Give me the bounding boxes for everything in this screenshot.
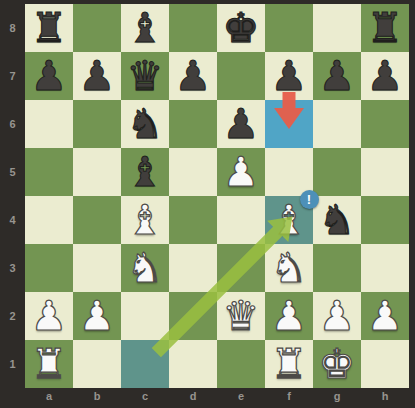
square-g2[interactable]: ♟ (313, 292, 361, 340)
black-knight[interactable]: ♞ (319, 196, 356, 244)
rank-label-7: 7 (0, 52, 25, 100)
square-b3[interactable] (73, 244, 121, 292)
rank-coordinates: 87654321 (0, 4, 25, 388)
square-f3[interactable]: ♞ (265, 244, 313, 292)
black-pawn[interactable]: ♟ (319, 52, 356, 100)
black-queen[interactable]: ♛ (127, 52, 164, 100)
square-h3[interactable] (361, 244, 409, 292)
white-bishop[interactable]: ♝ (271, 196, 308, 244)
square-a1[interactable]: ♜ (25, 340, 73, 388)
black-pawn[interactable]: ♟ (79, 52, 116, 100)
black-king[interactable]: ♚ (223, 4, 260, 52)
black-pawn[interactable]: ♟ (175, 52, 212, 100)
square-b2[interactable]: ♟ (73, 292, 121, 340)
square-d6[interactable] (169, 100, 217, 148)
square-a7[interactable]: ♟ (25, 52, 73, 100)
white-pawn[interactable]: ♟ (79, 292, 116, 340)
square-a2[interactable]: ♟ (25, 292, 73, 340)
square-e6[interactable]: ♟ (217, 100, 265, 148)
square-d5[interactable] (169, 148, 217, 196)
black-bishop[interactable]: ♝ (127, 148, 164, 196)
square-g7[interactable]: ♟ (313, 52, 361, 100)
black-rook[interactable]: ♜ (31, 4, 68, 52)
white-pawn[interactable]: ♟ (319, 292, 356, 340)
square-e2[interactable]: ♛ (217, 292, 265, 340)
black-bishop[interactable]: ♝ (127, 4, 164, 52)
square-b4[interactable] (73, 196, 121, 244)
file-label-d: d (169, 386, 217, 406)
square-f7[interactable]: ♟ (265, 52, 313, 100)
square-g6[interactable] (313, 100, 361, 148)
black-rook[interactable]: ♜ (367, 4, 404, 52)
black-knight[interactable]: ♞ (127, 100, 164, 148)
black-pawn[interactable]: ♟ (223, 100, 260, 148)
square-c5[interactable]: ♝ (121, 148, 169, 196)
black-pawn[interactable]: ♟ (367, 52, 404, 100)
square-c2[interactable] (121, 292, 169, 340)
chess-board[interactable]: ♜♝♚♜♟♟♛♟♟♟♟♞♟♝♟♝♝♞♞♞♟♟♛♟♟♟♜♜♚ ! (25, 4, 409, 388)
square-h7[interactable]: ♟ (361, 52, 409, 100)
square-f5[interactable] (265, 148, 313, 196)
square-a5[interactable] (25, 148, 73, 196)
square-a3[interactable] (25, 244, 73, 292)
square-h6[interactable] (361, 100, 409, 148)
board-grid[interactable]: ♜♝♚♜♟♟♛♟♟♟♟♞♟♝♟♝♝♞♞♞♟♟♛♟♟♟♜♜♚ (25, 4, 409, 388)
square-d4[interactable] (169, 196, 217, 244)
square-h1[interactable] (361, 340, 409, 388)
square-c1-move-from-square[interactable] (121, 340, 169, 388)
square-c4[interactable]: ♝ (121, 196, 169, 244)
square-c7[interactable]: ♛ (121, 52, 169, 100)
square-d8[interactable] (169, 4, 217, 52)
white-pawn[interactable]: ♟ (271, 292, 308, 340)
square-d2[interactable] (169, 292, 217, 340)
rank-label-8: 8 (0, 4, 25, 52)
square-c3[interactable]: ♞ (121, 244, 169, 292)
square-g4[interactable]: ♞ (313, 196, 361, 244)
square-h4[interactable] (361, 196, 409, 244)
square-c6[interactable]: ♞ (121, 100, 169, 148)
white-pawn[interactable]: ♟ (223, 148, 260, 196)
rank-label-4: 4 (0, 196, 25, 244)
square-d1[interactable] (169, 340, 217, 388)
square-g3[interactable] (313, 244, 361, 292)
square-f2[interactable]: ♟ (265, 292, 313, 340)
white-knight[interactable]: ♞ (271, 244, 308, 292)
square-b7[interactable]: ♟ (73, 52, 121, 100)
rank-label-1: 1 (0, 340, 25, 388)
square-e1[interactable] (217, 340, 265, 388)
square-f6-threat-target-square[interactable] (265, 100, 313, 148)
square-h8[interactable]: ♜ (361, 4, 409, 52)
black-pawn[interactable]: ♟ (271, 52, 308, 100)
square-e4[interactable] (217, 196, 265, 244)
rank-label-2: 2 (0, 292, 25, 340)
rank-label-3: 3 (0, 244, 25, 292)
white-pawn[interactable]: ♟ (367, 292, 404, 340)
square-d7[interactable]: ♟ (169, 52, 217, 100)
square-a6[interactable] (25, 100, 73, 148)
square-b1[interactable] (73, 340, 121, 388)
file-label-g: g (313, 386, 361, 406)
square-b8[interactable] (73, 4, 121, 52)
square-e8[interactable]: ♚ (217, 4, 265, 52)
square-d3[interactable] (169, 244, 217, 292)
square-f1[interactable]: ♜ (265, 340, 313, 388)
square-g5[interactable] (313, 148, 361, 196)
square-g8[interactable] (313, 4, 361, 52)
white-rook[interactable]: ♜ (271, 340, 308, 388)
file-label-a: a (25, 386, 73, 406)
file-label-f: f (265, 386, 313, 406)
square-h5[interactable] (361, 148, 409, 196)
file-label-b: b (73, 386, 121, 406)
square-b6[interactable] (73, 100, 121, 148)
white-knight[interactable]: ♞ (127, 244, 164, 292)
file-label-e: e (217, 386, 265, 406)
white-rook[interactable]: ♜ (31, 340, 68, 388)
white-king[interactable]: ♚ (319, 340, 356, 388)
square-c8[interactable]: ♝ (121, 4, 169, 52)
white-queen[interactable]: ♛ (223, 292, 260, 340)
square-a4[interactable] (25, 196, 73, 244)
white-pawn[interactable]: ♟ (31, 292, 68, 340)
square-e7[interactable] (217, 52, 265, 100)
square-b5[interactable] (73, 148, 121, 196)
rank-label-5: 5 (0, 148, 25, 196)
square-e3[interactable] (217, 244, 265, 292)
file-label-c: c (121, 386, 169, 406)
square-f4-move-to-square[interactable]: ♝ (265, 196, 313, 244)
square-e5[interactable]: ♟ (217, 148, 265, 196)
square-g1[interactable]: ♚ (313, 340, 361, 388)
file-coordinates: abcdefgh (25, 386, 409, 406)
white-bishop[interactable]: ♝ (127, 196, 164, 244)
file-label-h: h (361, 386, 409, 406)
rank-label-6: 6 (0, 100, 25, 148)
black-pawn[interactable]: ♟ (31, 52, 68, 100)
square-a8[interactable]: ♜ (25, 4, 73, 52)
square-f8[interactable] (265, 4, 313, 52)
square-h2[interactable]: ♟ (361, 292, 409, 340)
